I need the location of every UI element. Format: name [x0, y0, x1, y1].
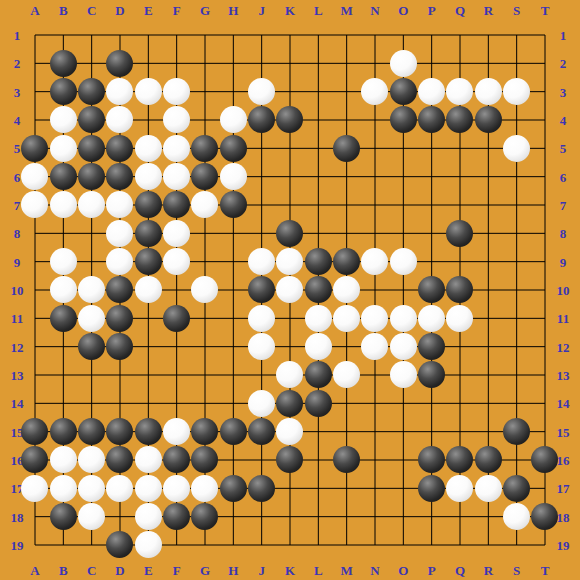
intersection-Q18[interactable] [446, 502, 474, 530]
intersection-E2[interactable] [134, 49, 162, 77]
intersection-P19[interactable] [417, 531, 445, 559]
intersection-T6[interactable] [531, 162, 559, 190]
intersection-K18[interactable] [276, 502, 304, 530]
intersection-D14[interactable] [106, 389, 134, 417]
intersection-E17[interactable] [134, 474, 162, 502]
intersection-N11[interactable] [361, 304, 389, 332]
intersection-K6[interactable] [276, 162, 304, 190]
intersection-C12[interactable] [77, 332, 105, 360]
intersection-F6[interactable] [162, 162, 190, 190]
intersection-L9[interactable] [304, 247, 332, 275]
intersection-S8[interactable] [502, 219, 530, 247]
intersection-N14[interactable] [361, 389, 389, 417]
intersection-L1[interactable] [304, 21, 332, 49]
intersection-B9[interactable] [49, 247, 77, 275]
intersection-J8[interactable] [247, 219, 275, 247]
intersection-E1[interactable] [134, 21, 162, 49]
intersection-R16[interactable] [474, 446, 502, 474]
intersection-G2[interactable] [191, 49, 219, 77]
intersection-S12[interactable] [502, 332, 530, 360]
intersection-Q3[interactable] [446, 77, 474, 105]
intersection-Q4[interactable] [446, 106, 474, 134]
intersection-M4[interactable] [332, 106, 360, 134]
intersection-G10[interactable] [191, 276, 219, 304]
intersection-Q2[interactable] [446, 49, 474, 77]
intersection-L16[interactable] [304, 446, 332, 474]
intersection-G3[interactable] [191, 77, 219, 105]
intersection-N17[interactable] [361, 474, 389, 502]
intersection-D10[interactable] [106, 276, 134, 304]
intersection-J12[interactable] [247, 332, 275, 360]
intersection-K12[interactable] [276, 332, 304, 360]
intersection-E15[interactable] [134, 417, 162, 445]
intersection-K1[interactable] [276, 21, 304, 49]
intersection-B4[interactable] [49, 106, 77, 134]
intersection-A5[interactable] [21, 134, 49, 162]
intersection-S9[interactable] [502, 247, 530, 275]
intersection-F15[interactable] [162, 417, 190, 445]
intersection-N8[interactable] [361, 219, 389, 247]
intersection-C3[interactable] [77, 77, 105, 105]
intersection-O1[interactable] [389, 21, 417, 49]
intersection-P3[interactable] [417, 77, 445, 105]
intersection-R15[interactable] [474, 417, 502, 445]
intersection-J1[interactable] [247, 21, 275, 49]
intersection-E6[interactable] [134, 162, 162, 190]
intersection-K14[interactable] [276, 389, 304, 417]
intersection-K8[interactable] [276, 219, 304, 247]
intersection-S6[interactable] [502, 162, 530, 190]
intersection-D13[interactable] [106, 361, 134, 389]
intersection-R9[interactable] [474, 247, 502, 275]
intersection-O18[interactable] [389, 502, 417, 530]
intersection-J10[interactable] [247, 276, 275, 304]
intersection-H17[interactable] [219, 474, 247, 502]
intersection-J6[interactable] [247, 162, 275, 190]
intersection-K5[interactable] [276, 134, 304, 162]
intersection-F2[interactable] [162, 49, 190, 77]
intersection-R8[interactable] [474, 219, 502, 247]
intersection-D11[interactable] [106, 304, 134, 332]
intersection-T17[interactable] [531, 474, 559, 502]
intersection-N3[interactable] [361, 77, 389, 105]
intersection-P5[interactable] [417, 134, 445, 162]
intersection-Q6[interactable] [446, 162, 474, 190]
intersection-Q9[interactable] [446, 247, 474, 275]
intersection-R4[interactable] [474, 106, 502, 134]
intersection-H2[interactable] [219, 49, 247, 77]
intersection-T7[interactable] [531, 191, 559, 219]
intersection-R6[interactable] [474, 162, 502, 190]
intersection-G8[interactable] [191, 219, 219, 247]
intersection-C16[interactable] [77, 446, 105, 474]
intersection-Q7[interactable] [446, 191, 474, 219]
intersection-C18[interactable] [77, 502, 105, 530]
intersection-O14[interactable] [389, 389, 417, 417]
intersection-M7[interactable] [332, 191, 360, 219]
intersection-F11[interactable] [162, 304, 190, 332]
intersection-P17[interactable] [417, 474, 445, 502]
intersection-G5[interactable] [191, 134, 219, 162]
intersection-F5[interactable] [162, 134, 190, 162]
intersection-M2[interactable] [332, 49, 360, 77]
intersection-O7[interactable] [389, 191, 417, 219]
intersection-E7[interactable] [134, 191, 162, 219]
intersection-A15[interactable] [21, 417, 49, 445]
intersection-A10[interactable] [21, 276, 49, 304]
intersection-T11[interactable] [531, 304, 559, 332]
intersection-L3[interactable] [304, 77, 332, 105]
intersection-O12[interactable] [389, 332, 417, 360]
intersection-K17[interactable] [276, 474, 304, 502]
intersection-S2[interactable] [502, 49, 530, 77]
intersection-Q19[interactable] [446, 531, 474, 559]
intersection-D1[interactable] [106, 21, 134, 49]
intersection-C11[interactable] [77, 304, 105, 332]
intersection-A4[interactable] [21, 106, 49, 134]
intersection-E9[interactable] [134, 247, 162, 275]
intersection-C10[interactable] [77, 276, 105, 304]
intersection-M9[interactable] [332, 247, 360, 275]
intersection-J18[interactable] [247, 502, 275, 530]
intersection-J14[interactable] [247, 389, 275, 417]
intersection-P14[interactable] [417, 389, 445, 417]
intersection-M11[interactable] [332, 304, 360, 332]
intersection-S5[interactable] [502, 134, 530, 162]
intersection-C19[interactable] [77, 531, 105, 559]
intersection-L2[interactable] [304, 49, 332, 77]
intersection-J19[interactable] [247, 531, 275, 559]
intersection-B1[interactable] [49, 21, 77, 49]
intersection-J2[interactable] [247, 49, 275, 77]
intersection-S7[interactable] [502, 191, 530, 219]
intersection-C2[interactable] [77, 49, 105, 77]
intersection-G18[interactable] [191, 502, 219, 530]
intersection-P9[interactable] [417, 247, 445, 275]
intersection-H19[interactable] [219, 531, 247, 559]
intersection-Q15[interactable] [446, 417, 474, 445]
intersection-H16[interactable] [219, 446, 247, 474]
intersection-C15[interactable] [77, 417, 105, 445]
intersection-G17[interactable] [191, 474, 219, 502]
intersection-D5[interactable] [106, 134, 134, 162]
intersection-L8[interactable] [304, 219, 332, 247]
intersection-N1[interactable] [361, 21, 389, 49]
intersection-T5[interactable] [531, 134, 559, 162]
intersection-C7[interactable] [77, 191, 105, 219]
intersection-O5[interactable] [389, 134, 417, 162]
intersection-M1[interactable] [332, 21, 360, 49]
intersection-J11[interactable] [247, 304, 275, 332]
intersection-N9[interactable] [361, 247, 389, 275]
intersection-F10[interactable] [162, 276, 190, 304]
intersection-Q12[interactable] [446, 332, 474, 360]
intersection-K19[interactable] [276, 531, 304, 559]
intersection-R7[interactable] [474, 191, 502, 219]
intersection-M3[interactable] [332, 77, 360, 105]
intersection-L15[interactable] [304, 417, 332, 445]
intersection-E18[interactable] [134, 502, 162, 530]
intersection-O13[interactable] [389, 361, 417, 389]
intersection-E11[interactable] [134, 304, 162, 332]
intersection-R3[interactable] [474, 77, 502, 105]
intersection-Q11[interactable] [446, 304, 474, 332]
intersection-C9[interactable] [77, 247, 105, 275]
intersection-B8[interactable] [49, 219, 77, 247]
intersection-P15[interactable] [417, 417, 445, 445]
intersection-B18[interactable] [49, 502, 77, 530]
intersection-J7[interactable] [247, 191, 275, 219]
intersection-Q1[interactable] [446, 21, 474, 49]
intersection-T2[interactable] [531, 49, 559, 77]
intersection-A17[interactable] [21, 474, 49, 502]
intersection-N5[interactable] [361, 134, 389, 162]
intersection-J9[interactable] [247, 247, 275, 275]
intersection-B17[interactable] [49, 474, 77, 502]
intersection-G9[interactable] [191, 247, 219, 275]
intersection-M13[interactable] [332, 361, 360, 389]
intersection-D15[interactable] [106, 417, 134, 445]
intersection-G12[interactable] [191, 332, 219, 360]
intersection-G19[interactable] [191, 531, 219, 559]
intersection-G7[interactable] [191, 191, 219, 219]
intersection-P2[interactable] [417, 49, 445, 77]
intersection-K13[interactable] [276, 361, 304, 389]
intersection-J13[interactable] [247, 361, 275, 389]
intersection-F4[interactable] [162, 106, 190, 134]
intersection-O15[interactable] [389, 417, 417, 445]
intersection-S13[interactable] [502, 361, 530, 389]
intersection-L18[interactable] [304, 502, 332, 530]
intersection-J16[interactable] [247, 446, 275, 474]
intersection-P1[interactable] [417, 21, 445, 49]
intersection-A8[interactable] [21, 219, 49, 247]
intersection-S10[interactable] [502, 276, 530, 304]
intersection-T15[interactable] [531, 417, 559, 445]
intersection-H1[interactable] [219, 21, 247, 49]
intersection-N6[interactable] [361, 162, 389, 190]
intersection-A13[interactable] [21, 361, 49, 389]
intersection-B10[interactable] [49, 276, 77, 304]
intersection-S15[interactable] [502, 417, 530, 445]
intersection-K3[interactable] [276, 77, 304, 105]
intersection-P6[interactable] [417, 162, 445, 190]
intersection-D17[interactable] [106, 474, 134, 502]
intersection-H6[interactable] [219, 162, 247, 190]
intersection-G14[interactable] [191, 389, 219, 417]
intersection-E10[interactable] [134, 276, 162, 304]
intersection-S14[interactable] [502, 389, 530, 417]
intersection-B12[interactable] [49, 332, 77, 360]
intersection-D12[interactable] [106, 332, 134, 360]
intersection-T19[interactable] [531, 531, 559, 559]
intersection-G13[interactable] [191, 361, 219, 389]
intersection-N12[interactable] [361, 332, 389, 360]
intersection-L12[interactable] [304, 332, 332, 360]
intersection-M8[interactable] [332, 219, 360, 247]
intersection-L7[interactable] [304, 191, 332, 219]
intersection-O9[interactable] [389, 247, 417, 275]
intersection-B11[interactable] [49, 304, 77, 332]
intersection-C1[interactable] [77, 21, 105, 49]
intersection-J3[interactable] [247, 77, 275, 105]
intersection-P18[interactable] [417, 502, 445, 530]
intersection-Q14[interactable] [446, 389, 474, 417]
intersection-F1[interactable] [162, 21, 190, 49]
intersection-E3[interactable] [134, 77, 162, 105]
intersection-N2[interactable] [361, 49, 389, 77]
intersection-R13[interactable] [474, 361, 502, 389]
intersection-A11[interactable] [21, 304, 49, 332]
intersection-M19[interactable] [332, 531, 360, 559]
intersection-L11[interactable] [304, 304, 332, 332]
intersection-R18[interactable] [474, 502, 502, 530]
intersection-B15[interactable] [49, 417, 77, 445]
intersection-B7[interactable] [49, 191, 77, 219]
intersection-R1[interactable] [474, 21, 502, 49]
intersection-N13[interactable] [361, 361, 389, 389]
intersection-A3[interactable] [21, 77, 49, 105]
intersection-H5[interactable] [219, 134, 247, 162]
intersection-E12[interactable] [134, 332, 162, 360]
intersection-H7[interactable] [219, 191, 247, 219]
intersection-N19[interactable] [361, 531, 389, 559]
intersection-G6[interactable] [191, 162, 219, 190]
intersection-J4[interactable] [247, 106, 275, 134]
intersection-D2[interactable] [106, 49, 134, 77]
intersection-F14[interactable] [162, 389, 190, 417]
intersection-S17[interactable] [502, 474, 530, 502]
intersection-H8[interactable] [219, 219, 247, 247]
intersection-D8[interactable] [106, 219, 134, 247]
intersection-A1[interactable] [21, 21, 49, 49]
intersection-B16[interactable] [49, 446, 77, 474]
intersection-F19[interactable] [162, 531, 190, 559]
intersection-B5[interactable] [49, 134, 77, 162]
intersection-H12[interactable] [219, 332, 247, 360]
intersection-K2[interactable] [276, 49, 304, 77]
intersection-P13[interactable] [417, 361, 445, 389]
intersection-D19[interactable] [106, 531, 134, 559]
intersection-R11[interactable] [474, 304, 502, 332]
intersection-F9[interactable] [162, 247, 190, 275]
intersection-F16[interactable] [162, 446, 190, 474]
intersection-O2[interactable] [389, 49, 417, 77]
intersection-C5[interactable] [77, 134, 105, 162]
intersection-J15[interactable] [247, 417, 275, 445]
intersection-O11[interactable] [389, 304, 417, 332]
intersection-B14[interactable] [49, 389, 77, 417]
intersection-M14[interactable] [332, 389, 360, 417]
intersection-L14[interactable] [304, 389, 332, 417]
intersection-F12[interactable] [162, 332, 190, 360]
intersection-O6[interactable] [389, 162, 417, 190]
intersection-S19[interactable] [502, 531, 530, 559]
intersection-B2[interactable] [49, 49, 77, 77]
intersection-R19[interactable] [474, 531, 502, 559]
intersection-K16[interactable] [276, 446, 304, 474]
intersection-L4[interactable] [304, 106, 332, 134]
intersection-R14[interactable] [474, 389, 502, 417]
intersection-N15[interactable] [361, 417, 389, 445]
intersection-Q8[interactable] [446, 219, 474, 247]
intersection-J17[interactable] [247, 474, 275, 502]
intersection-B6[interactable] [49, 162, 77, 190]
intersection-S4[interactable] [502, 106, 530, 134]
intersection-Q5[interactable] [446, 134, 474, 162]
intersection-H10[interactable] [219, 276, 247, 304]
intersection-B3[interactable] [49, 77, 77, 105]
intersection-H18[interactable] [219, 502, 247, 530]
intersection-R10[interactable] [474, 276, 502, 304]
intersection-L17[interactable] [304, 474, 332, 502]
intersection-M5[interactable] [332, 134, 360, 162]
intersection-F3[interactable] [162, 77, 190, 105]
intersection-C8[interactable] [77, 219, 105, 247]
intersection-N16[interactable] [361, 446, 389, 474]
intersection-F7[interactable] [162, 191, 190, 219]
intersection-A12[interactable] [21, 332, 49, 360]
intersection-H9[interactable] [219, 247, 247, 275]
intersection-M17[interactable] [332, 474, 360, 502]
intersection-Q17[interactable] [446, 474, 474, 502]
intersection-T14[interactable] [531, 389, 559, 417]
intersection-D6[interactable] [106, 162, 134, 190]
intersection-D7[interactable] [106, 191, 134, 219]
intersection-C13[interactable] [77, 361, 105, 389]
intersection-T3[interactable] [531, 77, 559, 105]
intersection-B13[interactable] [49, 361, 77, 389]
intersection-G11[interactable] [191, 304, 219, 332]
intersection-M6[interactable] [332, 162, 360, 190]
intersection-A14[interactable] [21, 389, 49, 417]
intersection-K7[interactable] [276, 191, 304, 219]
intersection-H11[interactable] [219, 304, 247, 332]
intersection-P16[interactable] [417, 446, 445, 474]
intersection-A6[interactable] [21, 162, 49, 190]
intersection-O17[interactable] [389, 474, 417, 502]
intersection-A16[interactable] [21, 446, 49, 474]
intersection-K15[interactable] [276, 417, 304, 445]
intersection-T13[interactable] [531, 361, 559, 389]
intersection-B19[interactable] [49, 531, 77, 559]
intersection-G4[interactable] [191, 106, 219, 134]
intersection-K10[interactable] [276, 276, 304, 304]
intersection-P10[interactable] [417, 276, 445, 304]
intersection-C17[interactable] [77, 474, 105, 502]
intersection-E19[interactable] [134, 531, 162, 559]
intersection-E14[interactable] [134, 389, 162, 417]
intersection-N4[interactable] [361, 106, 389, 134]
intersection-O16[interactable] [389, 446, 417, 474]
intersection-L13[interactable] [304, 361, 332, 389]
intersection-O4[interactable] [389, 106, 417, 134]
intersection-E13[interactable] [134, 361, 162, 389]
intersection-T1[interactable] [531, 21, 559, 49]
intersection-S16[interactable] [502, 446, 530, 474]
intersection-Q13[interactable] [446, 361, 474, 389]
intersection-G16[interactable] [191, 446, 219, 474]
intersection-N18[interactable] [361, 502, 389, 530]
intersection-T10[interactable] [531, 276, 559, 304]
intersection-P12[interactable] [417, 332, 445, 360]
intersection-T9[interactable] [531, 247, 559, 275]
intersection-K9[interactable] [276, 247, 304, 275]
intersection-M12[interactable] [332, 332, 360, 360]
intersection-Q16[interactable] [446, 446, 474, 474]
intersection-H4[interactable] [219, 106, 247, 134]
intersection-N7[interactable] [361, 191, 389, 219]
